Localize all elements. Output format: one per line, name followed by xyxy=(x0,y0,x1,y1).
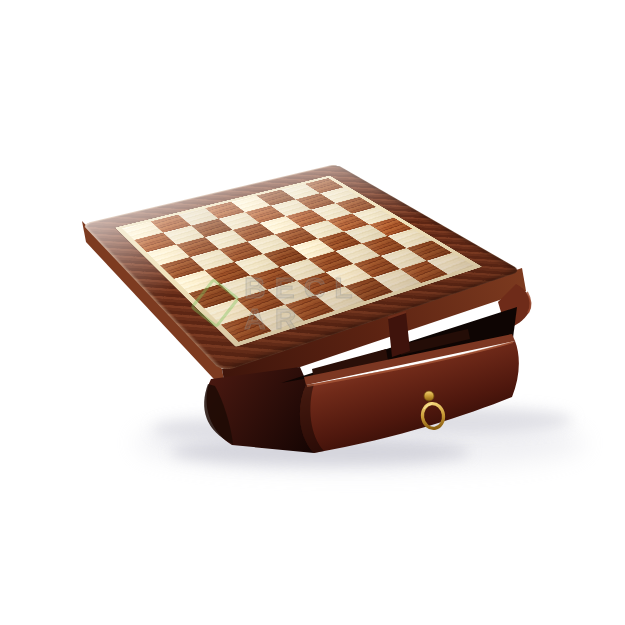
product-photo: BECL AR xyxy=(0,0,625,625)
drawer-handle-knob-icon xyxy=(424,391,434,401)
